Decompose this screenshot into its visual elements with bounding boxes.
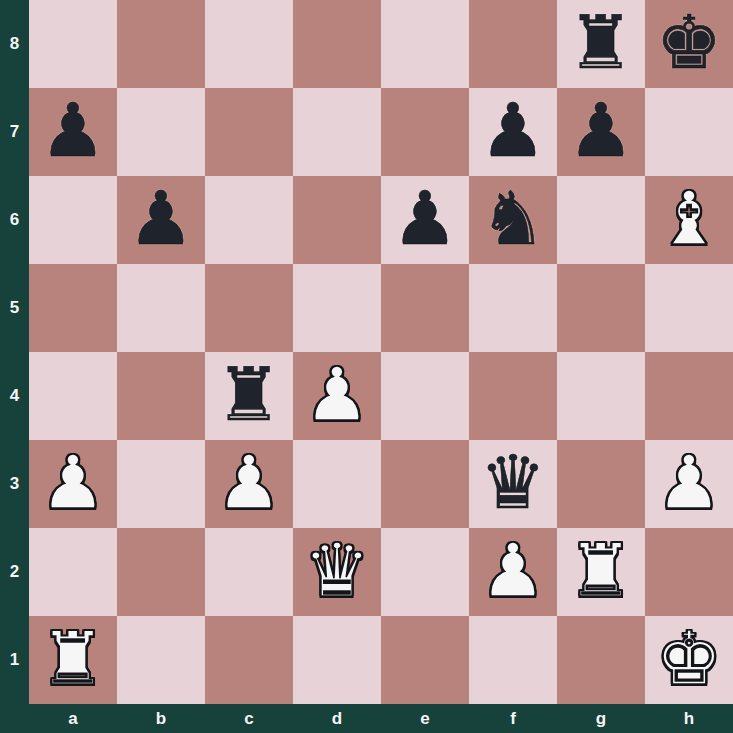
- square-f7[interactable]: ♟: [469, 88, 557, 176]
- rank-label-4: 4: [0, 352, 29, 440]
- square-b7[interactable]: [117, 88, 205, 176]
- square-c7[interactable]: [205, 88, 293, 176]
- square-h5[interactable]: [645, 264, 733, 352]
- square-d8[interactable]: [293, 0, 381, 88]
- piece-white-pawn-c3[interactable]: ♟: [216, 445, 282, 519]
- square-c4[interactable]: ♜: [205, 352, 293, 440]
- file-label-f: f: [469, 704, 557, 733]
- square-f2[interactable]: ♟: [469, 528, 557, 616]
- square-c5[interactable]: [205, 264, 293, 352]
- square-e2[interactable]: [381, 528, 469, 616]
- square-e8[interactable]: [381, 0, 469, 88]
- square-d6[interactable]: [293, 176, 381, 264]
- piece-white-king-h1[interactable]: ♚: [656, 621, 722, 695]
- square-g8[interactable]: ♜: [557, 0, 645, 88]
- piece-black-rook-c4[interactable]: ♜: [216, 357, 282, 431]
- square-f5[interactable]: [469, 264, 557, 352]
- square-f3[interactable]: ♛: [469, 440, 557, 528]
- piece-black-pawn-f7[interactable]: ♟: [480, 93, 546, 167]
- square-g6[interactable]: [557, 176, 645, 264]
- piece-black-rook-g8[interactable]: ♜: [568, 5, 634, 79]
- piece-white-rook-g2[interactable]: ♜: [568, 533, 634, 607]
- rank-label-6: 6: [0, 176, 29, 264]
- rank-label-2: 2: [0, 528, 29, 616]
- piece-black-king-h8[interactable]: ♚: [656, 5, 722, 79]
- square-a6[interactable]: [29, 176, 117, 264]
- piece-white-rook-a1[interactable]: ♜: [40, 621, 106, 695]
- square-b6[interactable]: ♟: [117, 176, 205, 264]
- file-label-b: b: [117, 704, 205, 733]
- square-d3[interactable]: [293, 440, 381, 528]
- square-e3[interactable]: [381, 440, 469, 528]
- rank-labels: 87654321: [0, 0, 29, 704]
- square-b2[interactable]: [117, 528, 205, 616]
- chess-board-frame: 87654321 ♜♚♟♟♟♟♟♞♝♜♟♟♟♛♟♛♟♜♜♚ abcdefgh: [0, 0, 733, 733]
- file-labels: abcdefgh: [29, 704, 733, 733]
- square-b4[interactable]: [117, 352, 205, 440]
- square-c2[interactable]: [205, 528, 293, 616]
- piece-white-pawn-f2[interactable]: ♟: [480, 533, 546, 607]
- square-b3[interactable]: [117, 440, 205, 528]
- square-a1[interactable]: ♜: [29, 616, 117, 704]
- file-label-e: e: [381, 704, 469, 733]
- rank-label-8: 8: [0, 0, 29, 88]
- piece-white-bishop-h6[interactable]: ♝: [656, 181, 722, 255]
- square-a7[interactable]: ♟: [29, 88, 117, 176]
- square-f4[interactable]: [469, 352, 557, 440]
- square-d2[interactable]: ♛: [293, 528, 381, 616]
- rank-label-1: 1: [0, 616, 29, 704]
- square-b5[interactable]: [117, 264, 205, 352]
- square-g2[interactable]: ♜: [557, 528, 645, 616]
- square-e4[interactable]: [381, 352, 469, 440]
- rank-label-3: 3: [0, 440, 29, 528]
- square-f1[interactable]: [469, 616, 557, 704]
- square-h7[interactable]: [645, 88, 733, 176]
- square-h8[interactable]: ♚: [645, 0, 733, 88]
- piece-black-pawn-e6[interactable]: ♟: [392, 181, 458, 255]
- rank-label-5: 5: [0, 264, 29, 352]
- square-a4[interactable]: [29, 352, 117, 440]
- piece-black-pawn-b6[interactable]: ♟: [128, 181, 194, 255]
- square-c8[interactable]: [205, 0, 293, 88]
- square-g7[interactable]: ♟: [557, 88, 645, 176]
- piece-black-queen-f3[interactable]: ♛: [480, 445, 546, 519]
- square-g3[interactable]: [557, 440, 645, 528]
- square-f6[interactable]: ♞: [469, 176, 557, 264]
- square-a8[interactable]: [29, 0, 117, 88]
- square-d5[interactable]: [293, 264, 381, 352]
- square-b8[interactable]: [117, 0, 205, 88]
- square-h6[interactable]: ♝: [645, 176, 733, 264]
- square-e1[interactable]: [381, 616, 469, 704]
- square-d4[interactable]: ♟: [293, 352, 381, 440]
- square-h3[interactable]: ♟: [645, 440, 733, 528]
- chess-board: ♜♚♟♟♟♟♟♞♝♜♟♟♟♛♟♛♟♜♜♚: [29, 0, 733, 704]
- square-h1[interactable]: ♚: [645, 616, 733, 704]
- piece-white-pawn-a3[interactable]: ♟: [40, 445, 106, 519]
- piece-white-pawn-h3[interactable]: ♟: [656, 445, 722, 519]
- square-c1[interactable]: [205, 616, 293, 704]
- square-c6[interactable]: [205, 176, 293, 264]
- file-label-g: g: [557, 704, 645, 733]
- piece-black-knight-f6[interactable]: ♞: [480, 181, 546, 255]
- square-a2[interactable]: [29, 528, 117, 616]
- square-h2[interactable]: [645, 528, 733, 616]
- square-e5[interactable]: [381, 264, 469, 352]
- square-f8[interactable]: [469, 0, 557, 88]
- square-e7[interactable]: [381, 88, 469, 176]
- piece-white-pawn-d4[interactable]: ♟: [304, 357, 370, 431]
- square-g1[interactable]: [557, 616, 645, 704]
- piece-black-pawn-g7[interactable]: ♟: [568, 93, 634, 167]
- square-a5[interactable]: [29, 264, 117, 352]
- file-label-a: a: [29, 704, 117, 733]
- piece-black-pawn-a7[interactable]: ♟: [40, 93, 106, 167]
- piece-white-queen-d2[interactable]: ♛: [304, 533, 370, 607]
- square-d7[interactable]: [293, 88, 381, 176]
- square-e6[interactable]: ♟: [381, 176, 469, 264]
- square-b1[interactable]: [117, 616, 205, 704]
- square-c3[interactable]: ♟: [205, 440, 293, 528]
- file-label-c: c: [205, 704, 293, 733]
- rank-label-7: 7: [0, 88, 29, 176]
- square-d1[interactable]: [293, 616, 381, 704]
- square-g4[interactable]: [557, 352, 645, 440]
- square-a3[interactable]: ♟: [29, 440, 117, 528]
- square-g5[interactable]: [557, 264, 645, 352]
- square-h4[interactable]: [645, 352, 733, 440]
- file-label-h: h: [645, 704, 733, 733]
- file-label-d: d: [293, 704, 381, 733]
